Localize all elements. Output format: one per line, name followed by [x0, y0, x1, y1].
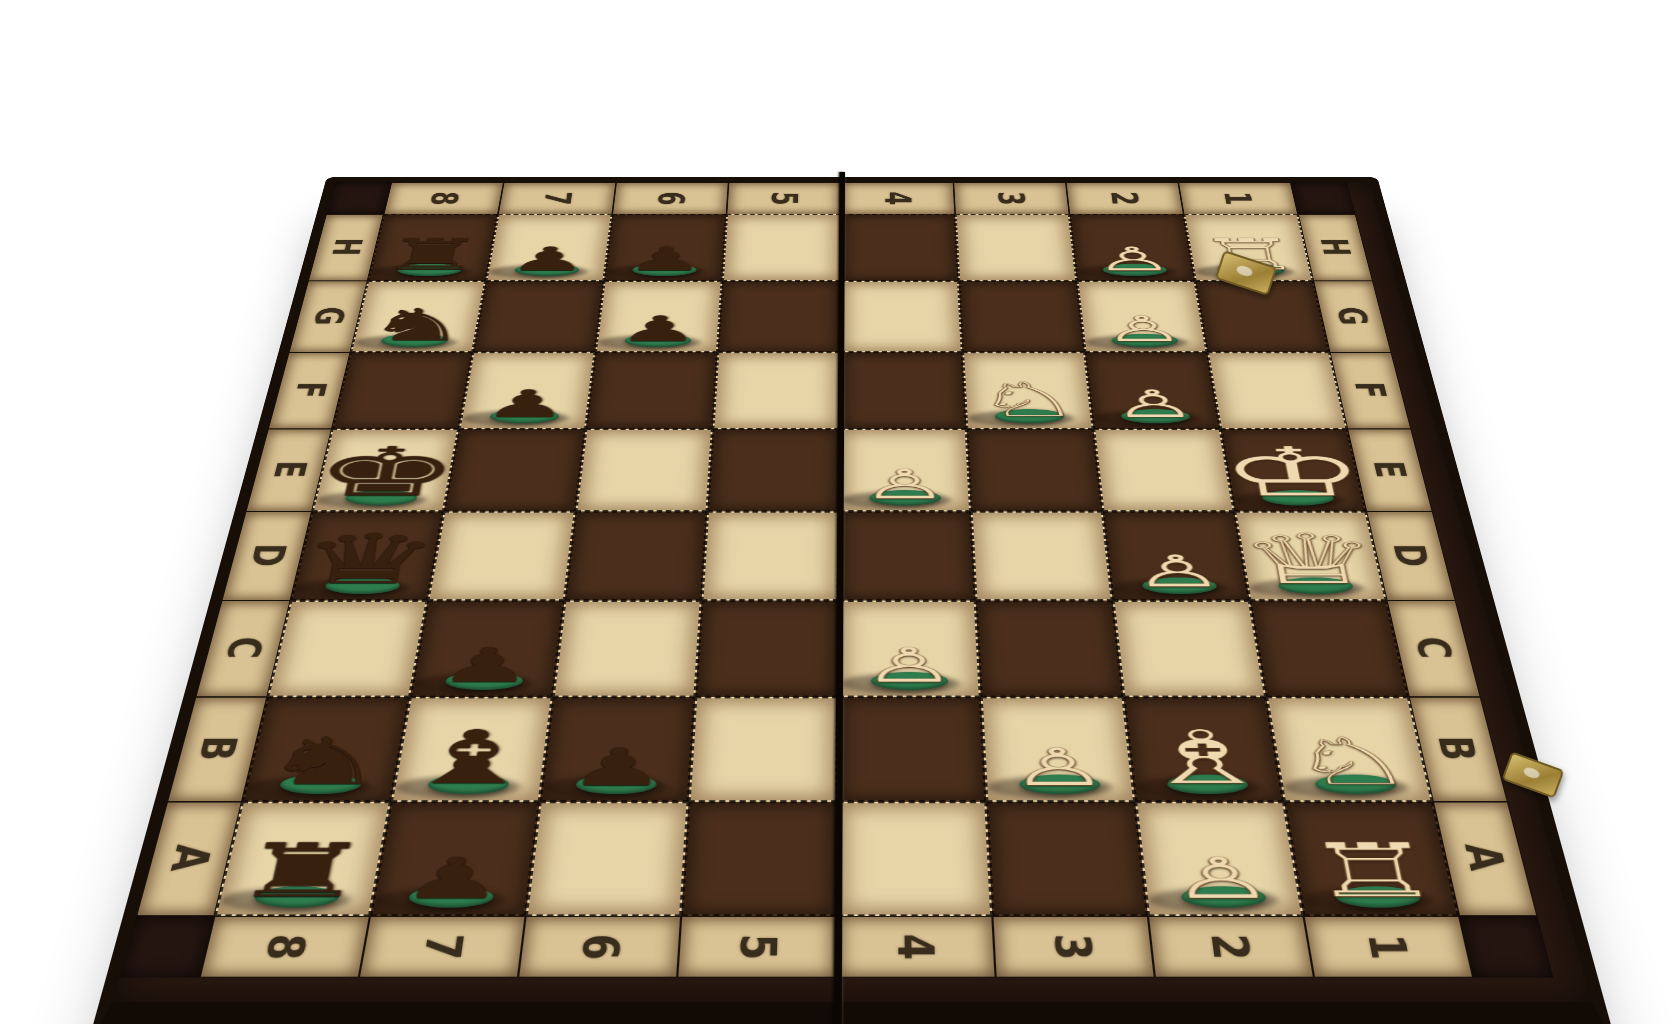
square-d1[interactable]: ♕ — [1234, 512, 1386, 601]
square-h6[interactable]: ♟ — [604, 215, 727, 282]
felt-base — [323, 578, 401, 595]
piece-shadow — [393, 777, 521, 800]
felt-base — [444, 672, 524, 690]
frame-edge: 6 — [612, 183, 728, 215]
square-d4[interactable] — [839, 512, 976, 601]
piece-bR-h8[interactable]: ♜ — [376, 235, 487, 276]
right-file-label-B: B — [1428, 737, 1486, 762]
square-c4[interactable]: ♙ — [838, 601, 981, 697]
square-g2[interactable]: ♙ — [1077, 281, 1207, 352]
bottom-rank-label-4: 4 — [887, 934, 944, 960]
square-g4[interactable] — [840, 281, 962, 352]
frame-edge: 6 — [518, 916, 681, 978]
square-h2[interactable]: ♙ — [1069, 215, 1195, 282]
square-h4[interactable] — [840, 215, 958, 282]
bottom-rank-label-3: 3 — [1044, 934, 1102, 960]
right-file-label-F: F — [1346, 382, 1394, 398]
square-a4[interactable] — [837, 802, 993, 916]
frame-edge: 3 — [953, 183, 1069, 215]
felt-base — [1180, 887, 1267, 908]
piece-wP-e4[interactable]: ♙ — [861, 466, 948, 505]
top-rank-label-7: 7 — [536, 192, 578, 206]
felt-base — [1141, 578, 1218, 595]
square-e7[interactable] — [444, 429, 586, 512]
square-g7[interactable] — [473, 281, 604, 352]
board-3d-tilt: 87654321H♜♟♟♙♖HG♞♟♙GF♟♘♙FE♚♙♔ED♛♙♕DC♟♙CB… — [86, 178, 1617, 1024]
square-b6[interactable]: ♟ — [540, 697, 696, 802]
frame-edge: 8 — [384, 183, 504, 215]
frame-edge: 5 — [727, 183, 841, 215]
left-file-label-A: A — [159, 845, 220, 872]
left-file-label-F: F — [286, 382, 335, 398]
top-rank-label-4: 4 — [877, 192, 918, 206]
top-rank-label-1: 1 — [1216, 192, 1259, 206]
square-e8[interactable]: ♚ — [312, 429, 459, 512]
piece-wP-d2[interactable]: ♙ — [1130, 552, 1226, 594]
piece-shadow — [1146, 888, 1279, 913]
frame-edge: 3 — [992, 916, 1154, 978]
top-rank-label-6: 6 — [650, 192, 692, 206]
right-file-label-D: D — [1383, 544, 1436, 567]
square-f4[interactable] — [840, 353, 967, 430]
felt-base — [252, 887, 341, 908]
frame-edge: B — [1409, 697, 1508, 802]
frame-edge: 7 — [498, 183, 616, 215]
square-c8[interactable] — [267, 601, 427, 697]
frame-edge: 7 — [359, 916, 526, 978]
left-file-label-H: H — [323, 239, 369, 256]
felt-base — [574, 775, 656, 795]
square-a7[interactable]: ♟ — [370, 802, 540, 916]
frame-edge: 1 — [1304, 916, 1474, 978]
square-f3[interactable]: ♘ — [962, 353, 1093, 430]
square-e5[interactable] — [707, 429, 839, 512]
square-h8[interactable]: ♜ — [368, 215, 498, 282]
bottom-rank-label-1: 1 — [1357, 934, 1418, 960]
piece-bQ-d8[interactable]: ♛ — [289, 528, 445, 593]
felt-base — [426, 775, 510, 795]
chess-board: 87654321H♜♟♟♙♖HG♞♟♙GF♟♘♙FE♚♙♔ED♛♙♕DC♟♙CB… — [86, 178, 1617, 1024]
right-file-label-E: E — [1364, 461, 1414, 478]
square-b4[interactable] — [837, 697, 986, 802]
piece-shadow — [1112, 579, 1229, 598]
frame-edge: 4 — [836, 916, 995, 978]
piece-bP-f7[interactable]: ♟ — [481, 387, 570, 423]
square-d6[interactable] — [565, 512, 708, 601]
top-rank-label-2: 2 — [1103, 192, 1145, 206]
frame-edge: 5 — [677, 916, 837, 978]
piece-bP-h7[interactable]: ♟ — [507, 244, 589, 275]
square-f8[interactable] — [332, 353, 473, 430]
piece-bP-a7[interactable]: ♟ — [398, 853, 508, 907]
square-g3[interactable] — [959, 281, 1085, 352]
piece-bB-b7[interactable]: ♝ — [396, 723, 546, 793]
frame-edge: A — [136, 802, 242, 916]
left-file-label-D: D — [241, 544, 295, 567]
piece-wP-h2[interactable]: ♙ — [1092, 244, 1174, 275]
square-f6[interactable] — [586, 353, 718, 430]
square-e3[interactable] — [966, 429, 1102, 512]
square-c1[interactable] — [1250, 601, 1409, 697]
square-g5[interactable] — [718, 281, 841, 352]
frame-edge: 8 — [200, 916, 370, 978]
felt-base — [1313, 775, 1398, 795]
frame-edge: C — [195, 601, 290, 697]
piece-shadow — [217, 888, 352, 913]
left-file-label-B: B — [189, 737, 247, 762]
frame-edge: A — [1433, 802, 1538, 916]
square-b5[interactable] — [689, 697, 838, 802]
piece-shadow — [412, 674, 534, 695]
square-f5[interactable] — [713, 353, 840, 430]
bottom-rank-label-2: 2 — [1200, 934, 1260, 960]
left-file-label-C: C — [216, 637, 271, 659]
piece-wN-b1[interactable]: ♘ — [1283, 731, 1418, 793]
felt-base — [278, 775, 363, 795]
right-file-label-H: H — [1312, 239, 1358, 256]
square-b7[interactable]: ♝ — [391, 697, 553, 802]
piece-wN-f3[interactable]: ♘ — [974, 378, 1083, 423]
piece-shadow — [1300, 888, 1435, 913]
piece-shadow — [542, 777, 668, 800]
bottom-rank-label-7: 7 — [413, 934, 473, 960]
piece-bP-g6[interactable]: ♟ — [616, 313, 700, 346]
square-d8[interactable]: ♛ — [290, 512, 443, 601]
felt-base — [1166, 775, 1249, 795]
frame-edge: 2 — [1066, 183, 1184, 215]
square-b3[interactable]: ♙ — [981, 697, 1135, 802]
frame-edge: 1 — [1178, 183, 1298, 215]
piece-bN-g8[interactable]: ♞ — [362, 305, 472, 347]
square-f7[interactable]: ♟ — [459, 353, 595, 430]
square-b8[interactable]: ♞ — [242, 697, 410, 802]
piece-bR-a8[interactable]: ♜ — [226, 836, 375, 906]
piece-wQ-d1[interactable]: ♕ — [1234, 528, 1389, 593]
frame-edge: B — [167, 697, 267, 802]
piece-bN-b8[interactable]: ♞ — [256, 731, 392, 793]
piece-wP-a2[interactable]: ♙ — [1166, 853, 1276, 907]
felt-base — [407, 887, 495, 908]
square-a6[interactable] — [526, 802, 689, 916]
square-d3[interactable] — [971, 512, 1113, 601]
square-c5[interactable] — [695, 601, 838, 697]
square-a3[interactable] — [986, 802, 1148, 916]
right-file-label-C: C — [1405, 637, 1460, 659]
square-d2[interactable]: ♙ — [1103, 512, 1250, 601]
piece-bK-e8[interactable]: ♚ — [306, 441, 464, 505]
square-h5[interactable] — [722, 215, 841, 282]
frame-corner — [119, 916, 214, 978]
square-e6[interactable] — [576, 429, 713, 512]
square-e4[interactable]: ♙ — [839, 429, 971, 512]
piece-wP-c4[interactable]: ♙ — [862, 644, 957, 689]
square-e1[interactable]: ♔ — [1220, 429, 1366, 512]
frame-corner — [326, 183, 391, 215]
bottom-rank-label-6: 6 — [571, 934, 630, 960]
left-file-label-G: G — [305, 307, 353, 325]
square-c7[interactable]: ♟ — [410, 601, 565, 697]
felt-base — [870, 672, 948, 690]
bottom-rank-label-8: 8 — [255, 934, 317, 960]
felt-base — [1018, 775, 1100, 795]
square-a1[interactable]: ♖ — [1284, 802, 1459, 916]
piece-bP-h6[interactable]: ♟ — [624, 244, 705, 275]
square-g8[interactable]: ♞ — [350, 281, 485, 352]
piece-shadow — [986, 777, 1112, 800]
piece-shadow — [1281, 777, 1410, 800]
piece-wP-b3[interactable]: ♙ — [1008, 744, 1110, 793]
square-f2[interactable]: ♙ — [1085, 353, 1221, 430]
square-a5[interactable] — [681, 802, 837, 916]
top-rank-label-8: 8 — [422, 192, 465, 206]
piece-shadow — [244, 777, 373, 800]
frame-corner — [1291, 183, 1356, 215]
felt-base — [1333, 887, 1422, 908]
bottom-rank-label-5: 5 — [729, 934, 786, 960]
frame-edge: C — [1387, 601, 1481, 697]
piece-wP-f2[interactable]: ♙ — [1110, 387, 1198, 423]
top-rank-label-3: 3 — [990, 192, 1032, 206]
square-a8[interactable]: ♜ — [214, 802, 390, 916]
frame-edge: 2 — [1148, 916, 1314, 978]
left-file-label-E: E — [264, 461, 315, 478]
square-d7[interactable] — [428, 512, 576, 601]
piece-bP-b6[interactable]: ♟ — [566, 744, 668, 793]
square-f1[interactable] — [1207, 353, 1347, 430]
frame-corner — [1459, 916, 1553, 978]
piece-shadow — [372, 888, 506, 913]
square-c3[interactable] — [976, 601, 1124, 697]
right-file-label-A: A — [1454, 845, 1515, 872]
piece-shadow — [293, 579, 412, 598]
square-d5[interactable] — [702, 512, 840, 601]
piece-wB-b2[interactable]: ♗ — [1130, 723, 1279, 793]
square-g6[interactable]: ♟ — [595, 281, 722, 352]
square-e2[interactable] — [1093, 429, 1234, 512]
square-b1[interactable]: ♘ — [1266, 697, 1433, 802]
square-a2[interactable]: ♙ — [1135, 802, 1303, 916]
right-file-label-G: G — [1328, 307, 1375, 325]
square-b2[interactable]: ♗ — [1123, 697, 1284, 802]
piece-shadow — [840, 674, 960, 695]
piece-wR-a1[interactable]: ♖ — [1299, 836, 1447, 906]
top-rank-label-5: 5 — [764, 192, 805, 206]
piece-wP-g2[interactable]: ♙ — [1101, 313, 1186, 346]
square-h7[interactable]: ♟ — [486, 215, 612, 282]
felt-base — [1277, 578, 1355, 595]
square-h3[interactable] — [955, 215, 1077, 282]
piece-shadow — [1134, 777, 1261, 800]
piece-shadow — [1247, 579, 1365, 598]
square-c6[interactable] — [553, 601, 702, 697]
piece-wK-e1[interactable]: ♔ — [1215, 441, 1372, 505]
piece-bP-c7[interactable]: ♟ — [435, 644, 536, 689]
square-c2[interactable] — [1113, 601, 1266, 697]
frame-edge: 4 — [841, 183, 955, 215]
